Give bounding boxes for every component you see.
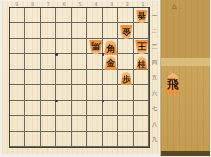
board-square — [56, 70, 71, 85]
board-square — [56, 132, 71, 147]
rank-label: 三 — [152, 39, 158, 54]
board-square — [56, 116, 71, 131]
board-square — [56, 85, 71, 100]
rank-label: 八 — [152, 116, 158, 131]
board-square — [10, 132, 25, 147]
board-square — [25, 70, 40, 85]
board-square — [41, 70, 56, 85]
board-square — [41, 54, 56, 69]
tsume-shogi-widget[interactable]: 987654321 一二三四五六七八九 香金馬角王金桂歩 △ ▲ 飛 — [0, 0, 210, 156]
board-square — [25, 85, 40, 100]
board-square — [103, 70, 118, 85]
board-square — [56, 8, 71, 23]
board-square — [134, 101, 149, 116]
board-square — [41, 23, 56, 38]
board-square — [103, 116, 118, 131]
board-square — [72, 132, 87, 147]
rank-label: 六 — [152, 86, 158, 101]
komadai-divider: ▲ — [161, 58, 211, 66]
piece-kanji: 馬 — [91, 42, 100, 51]
board-square — [87, 116, 102, 131]
board-square — [103, 23, 118, 38]
board-square — [72, 70, 87, 85]
board-square — [118, 39, 133, 54]
board-square — [134, 116, 149, 131]
piece-kanji: 金 — [106, 59, 115, 68]
komadai-column: △ ▲ — [160, 0, 211, 156]
board-square — [87, 70, 102, 85]
rank-label: 一 — [152, 8, 158, 23]
board-square — [72, 116, 87, 131]
board-square — [56, 39, 71, 54]
board-square — [87, 132, 102, 147]
board-square — [72, 85, 87, 100]
board-square — [10, 23, 25, 38]
board-square — [10, 8, 25, 23]
board-square — [87, 101, 102, 116]
board-square — [134, 23, 149, 38]
board-square — [25, 39, 40, 54]
rank-labels: 一二三四五六七八九 — [152, 8, 158, 147]
board-square — [118, 8, 133, 23]
board-square — [25, 132, 40, 147]
board-square — [41, 132, 56, 147]
board-square — [103, 132, 118, 147]
board-square — [72, 101, 87, 116]
board-square — [10, 39, 25, 54]
piece-kanji: 角 — [106, 44, 115, 53]
piece-kanji: 王 — [137, 42, 146, 51]
board-square — [41, 116, 56, 131]
komadai-bottom-edge — [161, 151, 211, 157]
board-square — [134, 132, 149, 147]
board-square — [41, 39, 56, 54]
board-square — [72, 54, 87, 69]
board-square — [134, 70, 149, 85]
gote-hand-tray: △ — [161, 0, 211, 58]
board-square — [87, 54, 102, 69]
board-square — [25, 8, 40, 23]
board-square — [25, 101, 40, 116]
board-square — [118, 116, 133, 131]
board-square — [103, 101, 118, 116]
board-square — [103, 8, 118, 23]
board-square — [10, 70, 25, 85]
board-square — [56, 23, 71, 38]
rank-label: 九 — [152, 132, 158, 147]
board-square — [87, 85, 102, 100]
board-square — [41, 101, 56, 116]
board-square — [118, 54, 133, 69]
board-square — [87, 23, 102, 38]
piece-kanji: 歩 — [122, 75, 130, 83]
board-square — [56, 101, 71, 116]
board-square — [72, 39, 87, 54]
board-square — [72, 23, 87, 38]
board-square — [10, 101, 25, 116]
board-square — [25, 116, 40, 131]
board-square — [118, 101, 133, 116]
board-square — [134, 85, 149, 100]
piece-kanji: 香 — [138, 12, 146, 20]
board-square — [87, 8, 102, 23]
board-square — [118, 132, 133, 147]
board-square — [41, 85, 56, 100]
board-square — [10, 116, 25, 131]
piece-kanji: 桂 — [138, 60, 146, 68]
piece-kanji: 飛 — [167, 78, 179, 90]
board-square — [56, 54, 71, 69]
board-square — [10, 54, 25, 69]
board-square — [72, 8, 87, 23]
rank-label: 五 — [152, 70, 158, 85]
rank-label: 二 — [152, 24, 158, 39]
board-square — [25, 23, 40, 38]
rank-label: 七 — [152, 101, 158, 116]
board-square — [25, 54, 40, 69]
piece-kanji: 金 — [122, 27, 131, 36]
board-square — [41, 8, 56, 23]
board-square — [103, 85, 118, 100]
board-square — [118, 85, 133, 100]
gote-marker: △ — [172, 2, 177, 9]
rank-label: 四 — [152, 55, 158, 70]
board-square — [10, 85, 25, 100]
